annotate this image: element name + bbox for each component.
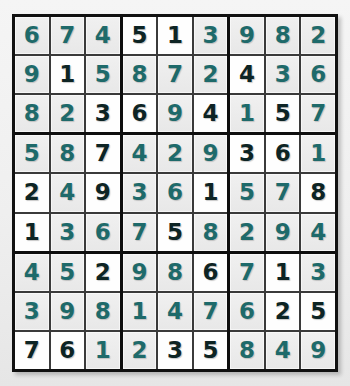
- box-r2c1: 587249136: [15, 135, 120, 250]
- cell-r4c4[interactable]: 4: [123, 135, 157, 172]
- cell-r3c6[interactable]: 4: [194, 95, 228, 132]
- cell-r7c6[interactable]: 6: [194, 254, 228, 291]
- cell-r7c4[interactable]: 9: [123, 254, 157, 291]
- cell-r6c3[interactable]: 6: [86, 214, 120, 251]
- cell-r2c5[interactable]: 7: [158, 56, 192, 93]
- cell-r5c7[interactable]: 5: [230, 174, 264, 211]
- cell-r4c1[interactable]: 5: [15, 135, 49, 172]
- cell-r5c9[interactable]: 8: [301, 174, 335, 211]
- cell-r3c1[interactable]: 8: [15, 95, 49, 132]
- cell-r8c1[interactable]: 3: [15, 293, 49, 330]
- cell-r3c3[interactable]: 3: [86, 95, 120, 132]
- cell-r6c5[interactable]: 5: [158, 214, 192, 251]
- cell-r8c5[interactable]: 4: [158, 293, 192, 330]
- cell-r5c6[interactable]: 1: [194, 174, 228, 211]
- cell-r3c9[interactable]: 7: [301, 95, 335, 132]
- cell-r7c5[interactable]: 8: [158, 254, 192, 291]
- cell-r5c8[interactable]: 7: [266, 174, 300, 211]
- cell-r9c5[interactable]: 3: [158, 332, 192, 369]
- cell-r2c1[interactable]: 9: [15, 56, 49, 93]
- page-background: 674915823 513872694 982436157 587249136 …: [0, 0, 350, 386]
- cell-r7c2[interactable]: 5: [51, 254, 85, 291]
- cell-r2c6[interactable]: 2: [194, 56, 228, 93]
- cell-r7c1[interactable]: 4: [15, 254, 49, 291]
- cell-r7c8[interactable]: 1: [266, 254, 300, 291]
- cell-r4c6[interactable]: 9: [194, 135, 228, 172]
- cell-r6c4[interactable]: 7: [123, 214, 157, 251]
- box-r1c3: 982436157: [230, 17, 335, 132]
- cell-r5c4[interactable]: 3: [123, 174, 157, 211]
- cell-r5c3[interactable]: 9: [86, 174, 120, 211]
- cell-r3c2[interactable]: 2: [51, 95, 85, 132]
- sudoku-board: 674915823 513872694 982436157 587249136 …: [12, 14, 338, 372]
- cell-r8c6[interactable]: 7: [194, 293, 228, 330]
- cell-r9c8[interactable]: 4: [266, 332, 300, 369]
- cell-r9c7[interactable]: 8: [230, 332, 264, 369]
- cell-r7c7[interactable]: 7: [230, 254, 264, 291]
- cell-r8c4[interactable]: 1: [123, 293, 157, 330]
- box-r3c2: 986147235: [123, 254, 228, 369]
- cell-r4c5[interactable]: 2: [158, 135, 192, 172]
- cell-r1c1[interactable]: 6: [15, 17, 49, 54]
- cell-r5c2[interactable]: 4: [51, 174, 85, 211]
- cell-r2c9[interactable]: 6: [301, 56, 335, 93]
- cell-r9c3[interactable]: 1: [86, 332, 120, 369]
- cell-r1c8[interactable]: 8: [266, 17, 300, 54]
- box-r3c3: 713625849: [230, 254, 335, 369]
- cell-r1c4[interactable]: 5: [123, 17, 157, 54]
- box-r1c2: 513872694: [123, 17, 228, 132]
- cell-r4c2[interactable]: 8: [51, 135, 85, 172]
- cell-r3c5[interactable]: 9: [158, 95, 192, 132]
- cell-r2c7[interactable]: 4: [230, 56, 264, 93]
- cell-r1c6[interactable]: 3: [194, 17, 228, 54]
- cell-r2c3[interactable]: 5: [86, 56, 120, 93]
- cell-r3c8[interactable]: 5: [266, 95, 300, 132]
- cell-r8c9[interactable]: 5: [301, 293, 335, 330]
- cell-r4c7[interactable]: 3: [230, 135, 264, 172]
- cell-r8c3[interactable]: 8: [86, 293, 120, 330]
- cell-r2c8[interactable]: 3: [266, 56, 300, 93]
- box-r2c3: 361578294: [230, 135, 335, 250]
- cell-r8c8[interactable]: 2: [266, 293, 300, 330]
- cell-r7c3[interactable]: 2: [86, 254, 120, 291]
- cell-r6c1[interactable]: 1: [15, 214, 49, 251]
- cell-r8c2[interactable]: 9: [51, 293, 85, 330]
- cell-r5c1[interactable]: 2: [15, 174, 49, 211]
- cell-r3c7[interactable]: 1: [230, 95, 264, 132]
- cell-r6c7[interactable]: 2: [230, 214, 264, 251]
- cell-r3c4[interactable]: 6: [123, 95, 157, 132]
- cell-r1c2[interactable]: 7: [51, 17, 85, 54]
- box-r1c1: 674915823: [15, 17, 120, 132]
- cell-r9c6[interactable]: 5: [194, 332, 228, 369]
- cell-r1c7[interactable]: 9: [230, 17, 264, 54]
- cell-r6c2[interactable]: 3: [51, 214, 85, 251]
- cell-r7c9[interactable]: 3: [301, 254, 335, 291]
- sudoku-grid: 674915823 513872694 982436157 587249136 …: [15, 17, 335, 369]
- cell-r1c5[interactable]: 1: [158, 17, 192, 54]
- cell-r2c4[interactable]: 8: [123, 56, 157, 93]
- box-r3c1: 452398761: [15, 254, 120, 369]
- cell-r6c8[interactable]: 9: [266, 214, 300, 251]
- box-r2c2: 429361758: [123, 135, 228, 250]
- cell-r9c9[interactable]: 9: [301, 332, 335, 369]
- cell-r9c1[interactable]: 7: [15, 332, 49, 369]
- cell-r4c3[interactable]: 7: [86, 135, 120, 172]
- cell-r5c5[interactable]: 6: [158, 174, 192, 211]
- cell-r6c9[interactable]: 4: [301, 214, 335, 251]
- cell-r1c9[interactable]: 2: [301, 17, 335, 54]
- cell-r6c6[interactable]: 8: [194, 214, 228, 251]
- cell-r2c2[interactable]: 1: [51, 56, 85, 93]
- cell-r9c4[interactable]: 2: [123, 332, 157, 369]
- cell-r1c3[interactable]: 4: [86, 17, 120, 54]
- cell-r4c8[interactable]: 6: [266, 135, 300, 172]
- cell-r9c2[interactable]: 6: [51, 332, 85, 369]
- cell-r4c9[interactable]: 1: [301, 135, 335, 172]
- cell-r8c7[interactable]: 6: [230, 293, 264, 330]
